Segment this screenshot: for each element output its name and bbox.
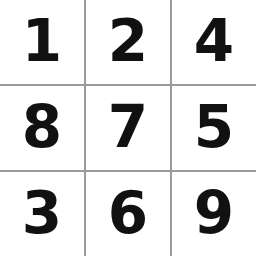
grid-cell-r1c3[interactable]: 4 (172, 0, 256, 84)
cell-digit: 7 (108, 98, 148, 156)
cell-digit: 1 (22, 12, 62, 70)
grid-cell-r2c2[interactable]: 7 (86, 86, 170, 170)
grid-cell-r1c2[interactable]: 2 (86, 0, 170, 84)
cell-digit: 6 (108, 184, 148, 242)
cell-digit: 9 (194, 184, 234, 242)
puzzle-board: 1 2 4 8 7 5 3 6 9 (0, 0, 256, 256)
grid-cell-r2c1[interactable]: 8 (0, 86, 84, 170)
cell-digit: 2 (108, 12, 148, 70)
cell-digit: 3 (22, 184, 62, 242)
grid-cell-r2c3[interactable]: 5 (172, 86, 256, 170)
grid-cell-r1c1[interactable]: 1 (0, 0, 84, 84)
cell-digit: 4 (194, 12, 234, 70)
cell-digit: 5 (194, 98, 234, 156)
cell-digit: 8 (22, 98, 62, 156)
grid-cell-r3c1[interactable]: 3 (0, 172, 84, 256)
grid-cell-r3c3[interactable]: 9 (172, 172, 256, 256)
grid-cell-r3c2[interactable]: 6 (86, 172, 170, 256)
